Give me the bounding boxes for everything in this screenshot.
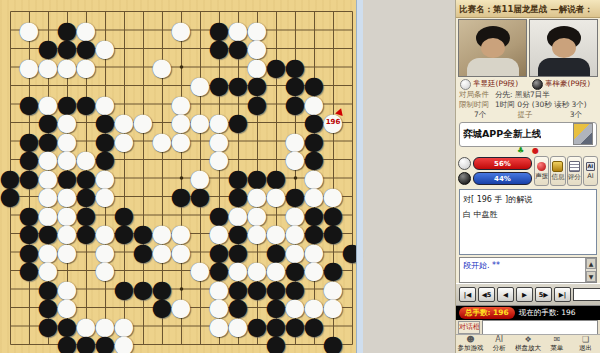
toolbar-ai-button[interactable]: AI分析	[485, 335, 514, 353]
event-scrollbar[interactable]: ▲ ▼	[585, 258, 596, 282]
last-move-number: 196	[326, 118, 341, 126]
conditions-value: 分先: 黑贴7目半	[495, 90, 550, 100]
back-5-button[interactable]: ◀5	[478, 287, 495, 302]
support-section: 56% 44% 声援信息评分AIAI	[456, 155, 600, 187]
conditions-label: 对局条件	[459, 90, 489, 100]
toolbar-zoom-board-button[interactable]: ❖棋盘放大	[514, 335, 543, 353]
scroll-up-icon[interactable]: ▲	[586, 258, 596, 269]
player-photos	[456, 18, 600, 78]
player-names: 芈昱廷(P9段) 辜梓豪(P9段)	[456, 78, 600, 90]
support-button-label: 评分	[568, 173, 581, 182]
person-icon: ☻	[466, 335, 474, 344]
black-support-bar: 44%	[473, 172, 532, 185]
go-broadcast-window: ●●●●●●●●●●●●●●●●●●●●●●●●●●●●●●●●●●●●●●●●…	[0, 0, 600, 353]
event-line: 段开始. **	[460, 258, 585, 282]
board-frame-bevel	[356, 0, 363, 353]
score-sheet-icon	[569, 161, 580, 172]
toolbar-button-label: 参加游戏	[457, 344, 483, 353]
back-button[interactable]: ◀	[497, 287, 514, 302]
time-row: 限制时间 1时间 0分 (30秒 读秒 3个)	[456, 100, 600, 110]
exit-icon: ❏	[582, 335, 589, 344]
commentary-line2: 白 中盘胜	[463, 207, 593, 222]
white-player-name: 芈昱廷(P9段)	[473, 79, 518, 89]
black-support-row: 44%	[458, 172, 532, 185]
game-conditions: 对局条件 分先: 黑贴7目半 限制时间 1时间 0分 (30秒 读秒 3个) 7…	[456, 90, 600, 120]
captures-row: 7个 提子 3个	[456, 110, 600, 120]
move-number-input[interactable]	[573, 288, 600, 301]
white-player: 芈昱廷(P9段)	[456, 79, 528, 90]
game-info-panel: 比赛名：第11届龙星战 —解说者： 芈昱廷(P9段) 辜梓豪(P9段)	[455, 0, 600, 353]
chat-input[interactable]	[482, 320, 598, 335]
last-move-button[interactable]: ▶|	[554, 287, 571, 302]
berry-icon[interactable]: ●	[532, 147, 539, 155]
toolbar-button-label: 菜单	[550, 344, 563, 353]
support-button-label: AI	[587, 172, 593, 180]
toolbar-button-label: 分析	[493, 344, 506, 353]
envelope-icon: ✉	[553, 335, 560, 344]
support-button-3[interactable]: 评分	[567, 156, 582, 186]
forward-button[interactable]: ▶	[516, 287, 533, 302]
current-move-text: 现在的手数: 196	[519, 308, 576, 318]
photo-face	[481, 38, 505, 58]
time-value: 1时间 0分 (30秒 读秒 3个)	[495, 100, 587, 110]
commentary-line1: 对[ 196 手 ]的解说	[463, 192, 593, 207]
scroll-down-icon[interactable]: ▼	[586, 271, 596, 282]
first-move-button[interactable]: |◀	[459, 287, 476, 302]
toolbar-person-button[interactable]: ☻参加游戏	[456, 335, 485, 353]
support-buttons: 声援信息评分AIAI	[534, 156, 598, 186]
board-grid	[0, 0, 356, 353]
white-stone-icon	[458, 157, 471, 170]
move-status-bar: 总手数: 196 现在的手数: 196	[456, 306, 600, 320]
ai-icon: AI	[495, 335, 503, 344]
banner-text: 弈城APP全新上线	[463, 128, 541, 141]
cheer-ball-icon	[537, 162, 546, 171]
white-stone-icon	[460, 79, 471, 90]
support-button-1[interactable]: 声援	[534, 156, 549, 186]
black-stone-icon	[532, 79, 543, 90]
support-button-2[interactable]: 信息	[550, 156, 565, 186]
match-title: 比赛名：第11届龙星战 —解说者：	[456, 0, 600, 18]
gift-box-icon	[552, 161, 563, 172]
zoom-board-icon: ❖	[524, 335, 531, 344]
white-support-row: 56%	[458, 157, 532, 170]
black-player-name: 辜梓豪(P9段)	[545, 79, 590, 89]
toolbar-button-label: 棋盘放大	[515, 344, 541, 353]
support-bars: 56% 44%	[458, 156, 532, 186]
ai-chip-icon: AI	[586, 162, 595, 171]
photo-face	[552, 38, 576, 58]
toolbar-button-label: 退出	[579, 344, 592, 353]
captures-label: 提子	[518, 110, 533, 120]
nav-buttons: |◀◀5◀▶5▶▶|	[459, 287, 571, 302]
white-captures: 7个	[474, 110, 486, 120]
photo-torso	[538, 58, 590, 77]
banner-graphic	[573, 123, 593, 145]
bottom-toolbar: ☻参加游戏AI分析❖棋盘放大✉菜单❏退出	[456, 334, 600, 353]
move-navigation: |◀◀5◀▶5▶▶| GO	[456, 283, 600, 306]
black-player: 辜梓豪(P9段)	[528, 79, 600, 90]
photo-torso	[467, 58, 519, 77]
support-button-4[interactable]: AIAI	[583, 156, 598, 186]
total-moves-badge: 总手数: 196	[459, 307, 515, 319]
toolbar-envelope-button[interactable]: ✉菜单	[542, 335, 571, 353]
chat-row: 对话框	[456, 320, 600, 334]
black-player-photo	[529, 19, 598, 77]
white-player-photo	[458, 19, 527, 77]
app-banner[interactable]: 弈城APP全新上线	[459, 122, 597, 146]
time-label: 限制时间	[459, 100, 489, 110]
toolbar-exit-button[interactable]: ❏退出	[571, 335, 600, 353]
forward-5-button[interactable]: 5▶	[535, 287, 552, 302]
conditions-row: 对局条件 分先: 黑贴7目半	[456, 90, 600, 100]
clover-icon[interactable]: ♣	[517, 147, 524, 155]
black-stone-icon	[458, 172, 471, 185]
gift-icons: ♣ ●	[456, 147, 600, 155]
white-support-bar: 56%	[473, 157, 532, 170]
event-list[interactable]: 段开始. ** ▲ ▼	[459, 257, 597, 283]
support-button-label: 声援	[535, 172, 548, 181]
commentary-box[interactable]: 对[ 196 手 ]的解说 白 中盘胜	[459, 189, 597, 255]
chat-tab[interactable]: 对话框	[458, 321, 480, 334]
black-captures: 3个	[570, 110, 582, 120]
go-board[interactable]: ●●●●●●●●●●●●●●●●●●●●●●●●●●●●●●●●●●●●●●●●…	[0, 0, 356, 353]
support-button-label: 信息	[551, 173, 564, 182]
